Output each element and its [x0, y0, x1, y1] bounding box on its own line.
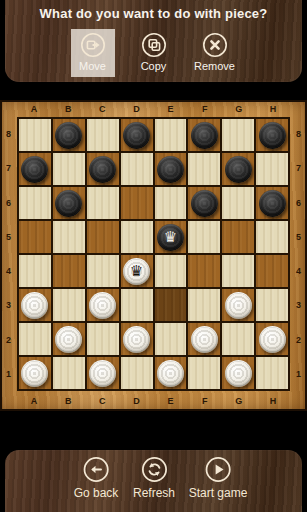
file-label: D: [119, 391, 153, 411]
file-label: F: [188, 100, 222, 117]
square-C3[interactable]: [87, 289, 119, 321]
rank-label: 7: [0, 151, 17, 185]
start-game-label: Start game: [189, 486, 248, 500]
square-E2[interactable]: [155, 323, 187, 355]
square-G8[interactable]: [222, 119, 254, 151]
square-D2[interactable]: [121, 323, 153, 355]
play-icon: [204, 456, 231, 483]
square-A3[interactable]: [19, 289, 51, 321]
square-F6[interactable]: [188, 187, 220, 219]
white-man[interactable]: [259, 326, 286, 353]
dialog-buttons: Move Copy: [5, 29, 302, 77]
square-B5[interactable]: [53, 221, 85, 253]
square-F7[interactable]: [188, 153, 220, 185]
white-man[interactable]: [225, 360, 252, 387]
rank-label: 6: [290, 186, 307, 220]
file-label: D: [119, 100, 153, 117]
file-label: A: [17, 391, 51, 411]
square-E5[interactable]: ♛: [155, 221, 187, 253]
black-man[interactable]: [55, 122, 82, 149]
rank-label: 7: [290, 151, 307, 185]
file-label: H: [256, 100, 290, 117]
square-H1[interactable]: [256, 357, 288, 389]
square-A2[interactable]: [19, 323, 51, 355]
square-H7[interactable]: [256, 153, 288, 185]
app-screen: What do you want to do with piece? Move: [0, 0, 307, 512]
file-label: C: [85, 391, 119, 411]
square-C1[interactable]: [87, 357, 119, 389]
white-man[interactable]: [55, 326, 82, 353]
remove-button[interactable]: Remove: [193, 29, 237, 77]
square-F3[interactable]: [188, 289, 220, 321]
square-H4[interactable]: [256, 255, 288, 287]
board: ABCDEFGH ABCDEFGH 87654321 87654321 ♛♛: [0, 100, 307, 411]
rank-label: 5: [290, 220, 307, 254]
rank-label: 1: [290, 357, 307, 391]
black-man[interactable]: [259, 190, 286, 217]
black-man[interactable]: [55, 190, 82, 217]
black-man[interactable]: [157, 156, 184, 183]
square-E1[interactable]: [155, 357, 187, 389]
square-H2[interactable]: [256, 323, 288, 355]
rank-label: 8: [0, 117, 17, 151]
square-D6[interactable]: [121, 187, 153, 219]
rank-labels-right: 87654321: [290, 117, 307, 391]
square-B7[interactable]: [53, 153, 85, 185]
rank-label: 2: [0, 323, 17, 357]
file-label: E: [154, 391, 188, 411]
rank-label: 4: [0, 254, 17, 288]
file-label: C: [85, 100, 119, 117]
square-G7[interactable]: [222, 153, 254, 185]
rank-label: 5: [0, 220, 17, 254]
square-G5[interactable]: [222, 221, 254, 253]
square-C4[interactable]: [87, 255, 119, 287]
square-D1[interactable]: [121, 357, 153, 389]
black-man[interactable]: [123, 122, 150, 149]
square-F2[interactable]: [188, 323, 220, 355]
black-man[interactable]: [259, 122, 286, 149]
square-G3[interactable]: [222, 289, 254, 321]
move-icon: [80, 32, 106, 58]
file-labels-bottom: ABCDEFGH: [17, 391, 290, 411]
file-label: E: [154, 100, 188, 117]
black-man[interactable]: [89, 156, 116, 183]
square-A1[interactable]: [19, 357, 51, 389]
square-G6[interactable]: [222, 187, 254, 219]
white-man[interactable]: [89, 292, 116, 319]
square-G1[interactable]: [222, 357, 254, 389]
dialog-title: What do you want to do with piece?: [5, 6, 302, 21]
remove-button-label: Remove: [194, 60, 235, 72]
rank-label: 6: [0, 186, 17, 220]
square-D5[interactable]: [121, 221, 153, 253]
square-H6[interactable]: [256, 187, 288, 219]
square-C6[interactable]: [87, 187, 119, 219]
move-button-label: Move: [79, 60, 106, 72]
square-E3[interactable]: [155, 289, 187, 321]
square-D8[interactable]: [121, 119, 153, 151]
square-F4[interactable]: [188, 255, 220, 287]
black-king[interactable]: ♛: [157, 224, 184, 251]
refresh-label: Refresh: [133, 486, 175, 500]
copy-button[interactable]: Copy: [132, 29, 176, 77]
square-H5[interactable]: [256, 221, 288, 253]
file-label: G: [222, 391, 256, 411]
bottom-toolbar: Go back Refresh Start gam: [5, 450, 302, 512]
white-man[interactable]: [225, 292, 252, 319]
square-A5[interactable]: [19, 221, 51, 253]
back-icon: [82, 456, 109, 483]
go-back-label: Go back: [74, 486, 119, 500]
square-H8[interactable]: [256, 119, 288, 151]
white-man[interactable]: [157, 360, 184, 387]
rank-label: 3: [290, 288, 307, 322]
square-D3[interactable]: [121, 289, 153, 321]
black-man[interactable]: [225, 156, 252, 183]
square-E8[interactable]: [155, 119, 187, 151]
board-grid: ♛♛: [17, 117, 290, 391]
move-button[interactable]: Move: [71, 29, 115, 77]
square-B6[interactable]: [53, 187, 85, 219]
file-label: G: [222, 100, 256, 117]
white-man[interactable]: [21, 292, 48, 319]
square-B4[interactable]: [53, 255, 85, 287]
square-A7[interactable]: [19, 153, 51, 185]
refresh-button[interactable]: Refresh: [133, 456, 175, 500]
black-man[interactable]: [191, 122, 218, 149]
file-label: B: [51, 391, 85, 411]
refresh-icon: [141, 456, 168, 483]
square-F5[interactable]: [188, 221, 220, 253]
square-E7[interactable]: [155, 153, 187, 185]
square-A8[interactable]: [19, 119, 51, 151]
square-D4[interactable]: ♛: [121, 255, 153, 287]
rank-label: 4: [290, 254, 307, 288]
square-E6[interactable]: [155, 187, 187, 219]
square-B2[interactable]: [53, 323, 85, 355]
square-E4[interactable]: [155, 255, 187, 287]
file-labels-top: ABCDEFGH: [17, 100, 290, 117]
crown-icon: ♛: [123, 258, 150, 285]
square-F8[interactable]: [188, 119, 220, 151]
square-B3[interactable]: [53, 289, 85, 321]
file-label: A: [17, 100, 51, 117]
square-F1[interactable]: [188, 357, 220, 389]
square-H3[interactable]: [256, 289, 288, 321]
white-man[interactable]: [123, 326, 150, 353]
square-C2[interactable]: [87, 323, 119, 355]
rank-labels-left: 87654321: [0, 117, 17, 391]
square-A4[interactable]: [19, 255, 51, 287]
square-A6[interactable]: [19, 187, 51, 219]
square-C5[interactable]: [87, 221, 119, 253]
copy-icon: [141, 32, 167, 58]
square-G4[interactable]: [222, 255, 254, 287]
file-label: F: [188, 391, 222, 411]
file-label: H: [256, 391, 290, 411]
white-king[interactable]: ♛: [123, 258, 150, 285]
square-B8[interactable]: [53, 119, 85, 151]
square-B1[interactable]: [53, 357, 85, 389]
start-game-button[interactable]: Start game: [189, 456, 248, 500]
black-man[interactable]: [191, 190, 218, 217]
rank-label: 2: [290, 323, 307, 357]
rank-label: 3: [0, 288, 17, 322]
white-man[interactable]: [191, 326, 218, 353]
square-D7[interactable]: [121, 153, 153, 185]
white-man[interactable]: [21, 360, 48, 387]
rank-label: 1: [0, 357, 17, 391]
action-dialog: What do you want to do with piece? Move: [5, 0, 302, 82]
black-man[interactable]: [21, 156, 48, 183]
square-C7[interactable]: [87, 153, 119, 185]
copy-button-label: Copy: [141, 60, 167, 72]
square-C8[interactable]: [87, 119, 119, 151]
rank-label: 8: [290, 117, 307, 151]
white-man[interactable]: [89, 360, 116, 387]
square-G2[interactable]: [222, 323, 254, 355]
file-label: B: [51, 100, 85, 117]
crown-icon: ♛: [157, 224, 184, 251]
go-back-button[interactable]: Go back: [74, 456, 119, 500]
remove-icon: [202, 32, 228, 58]
